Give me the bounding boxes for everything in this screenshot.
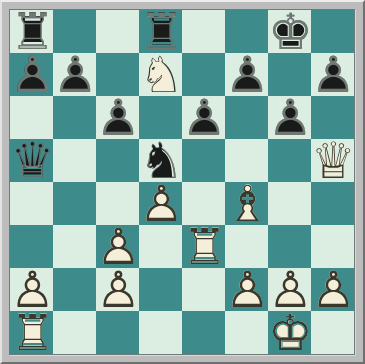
square-e5[interactable] bbox=[182, 139, 225, 182]
black-rook-icon: ♜ bbox=[139, 10, 182, 53]
square-b4[interactable] bbox=[53, 182, 96, 225]
white-king-icon: ♚ bbox=[268, 311, 311, 354]
square-d6[interactable] bbox=[139, 96, 182, 139]
square-h4[interactable] bbox=[311, 182, 354, 225]
square-c6[interactable]: ♟♙ bbox=[96, 96, 139, 139]
black-rook-icon: ♜ bbox=[10, 10, 53, 53]
square-f8[interactable] bbox=[225, 10, 268, 53]
square-d4[interactable]: ♟♙ bbox=[139, 182, 182, 225]
white-pawn-icon: ♟ bbox=[96, 225, 139, 268]
square-d5[interactable]: ♞♘ bbox=[139, 139, 182, 182]
black-pawn-icon: ♟ bbox=[10, 53, 53, 96]
black-pawn-a7[interactable]: ♟♙ bbox=[10, 53, 53, 96]
square-d8[interactable]: ♜♖ bbox=[139, 10, 182, 53]
board-frame: ♜♖♜♖♚♔♟♙♟♙♞♘♟♙♟♙♟♙♟♙♟♙♛♕♞♘♛♕♟♙♝♗♟♙♜♖♟♙♟♙… bbox=[0, 0, 365, 364]
white-pawn-g2[interactable]: ♟♙ bbox=[268, 268, 311, 311]
black-king-g8[interactable]: ♚♔ bbox=[268, 10, 311, 53]
white-pawn-outline-icon: ♙ bbox=[139, 182, 182, 225]
square-e3[interactable]: ♜♖ bbox=[182, 225, 225, 268]
black-pawn-outline-icon: ♙ bbox=[225, 53, 268, 96]
square-c4[interactable] bbox=[96, 182, 139, 225]
black-king-icon: ♚ bbox=[268, 10, 311, 53]
white-knight-icon: ♞ bbox=[139, 53, 182, 96]
white-queen-icon: ♛ bbox=[311, 139, 354, 182]
square-c7[interactable] bbox=[96, 53, 139, 96]
white-queen-outline-icon: ♕ bbox=[311, 139, 354, 182]
black-pawn-icon: ♟ bbox=[182, 96, 225, 139]
black-knight-d5[interactable]: ♞♘ bbox=[139, 139, 182, 182]
white-pawn-icon: ♟ bbox=[139, 182, 182, 225]
square-f2[interactable]: ♟♙ bbox=[225, 268, 268, 311]
black-pawn-icon: ♟ bbox=[53, 53, 96, 96]
white-bishop-icon: ♝ bbox=[225, 182, 268, 225]
black-pawn-outline-icon: ♙ bbox=[182, 96, 225, 139]
square-h8[interactable] bbox=[311, 10, 354, 53]
white-pawn-h2[interactable]: ♟♙ bbox=[311, 268, 354, 311]
black-queen-outline-icon: ♕ bbox=[10, 139, 53, 182]
white-pawn-icon: ♟ bbox=[10, 268, 53, 311]
black-pawn-c6[interactable]: ♟♙ bbox=[96, 96, 139, 139]
square-f3[interactable] bbox=[225, 225, 268, 268]
square-b1[interactable] bbox=[53, 311, 96, 354]
white-rook-e3[interactable]: ♜♖ bbox=[182, 225, 225, 268]
white-pawn-outline-icon: ♙ bbox=[96, 268, 139, 311]
square-e1[interactable] bbox=[182, 311, 225, 354]
white-knight-outline-icon: ♘ bbox=[139, 53, 182, 96]
square-h7[interactable]: ♟♙ bbox=[311, 53, 354, 96]
white-king-g1[interactable]: ♚♔ bbox=[268, 311, 311, 354]
white-rook-outline-icon: ♖ bbox=[182, 225, 225, 268]
square-f4[interactable]: ♝♗ bbox=[225, 182, 268, 225]
black-pawn-e6[interactable]: ♟♙ bbox=[182, 96, 225, 139]
square-a6[interactable] bbox=[10, 96, 53, 139]
black-pawn-icon: ♟ bbox=[96, 96, 139, 139]
black-rook-outline-icon: ♖ bbox=[139, 10, 182, 53]
square-b3[interactable] bbox=[53, 225, 96, 268]
square-c8[interactable] bbox=[96, 10, 139, 53]
white-pawn-a2[interactable]: ♟♙ bbox=[10, 268, 53, 311]
square-a8[interactable]: ♜♖ bbox=[10, 10, 53, 53]
square-b2[interactable] bbox=[53, 268, 96, 311]
black-pawn-f7[interactable]: ♟♙ bbox=[225, 53, 268, 96]
square-f1[interactable] bbox=[225, 311, 268, 354]
square-g8[interactable]: ♚♔ bbox=[268, 10, 311, 53]
white-pawn-icon: ♟ bbox=[268, 268, 311, 311]
black-pawn-outline-icon: ♙ bbox=[10, 53, 53, 96]
white-queen-h5[interactable]: ♛♕ bbox=[311, 139, 354, 182]
square-d7[interactable]: ♞♘ bbox=[139, 53, 182, 96]
white-pawn-outline-icon: ♙ bbox=[10, 268, 53, 311]
square-h6[interactable] bbox=[311, 96, 354, 139]
white-rook-icon: ♜ bbox=[10, 311, 53, 354]
square-f5[interactable] bbox=[225, 139, 268, 182]
square-h1[interactable] bbox=[311, 311, 354, 354]
square-b5[interactable] bbox=[53, 139, 96, 182]
white-pawn-outline-icon: ♙ bbox=[268, 268, 311, 311]
square-c1[interactable] bbox=[96, 311, 139, 354]
square-e4[interactable] bbox=[182, 182, 225, 225]
white-pawn-icon: ♟ bbox=[96, 268, 139, 311]
white-rook-icon: ♜ bbox=[182, 225, 225, 268]
square-a1[interactable]: ♜♖ bbox=[10, 311, 53, 354]
square-e2[interactable] bbox=[182, 268, 225, 311]
white-knight-d7[interactable]: ♞♘ bbox=[139, 53, 182, 96]
white-pawn-icon: ♟ bbox=[311, 268, 354, 311]
square-a3[interactable] bbox=[10, 225, 53, 268]
square-g4[interactable] bbox=[268, 182, 311, 225]
white-pawn-outline-icon: ♙ bbox=[311, 268, 354, 311]
black-pawn-g6[interactable]: ♟♙ bbox=[268, 96, 311, 139]
white-bishop-outline-icon: ♗ bbox=[225, 182, 268, 225]
square-g7[interactable] bbox=[268, 53, 311, 96]
square-h2[interactable]: ♟♙ bbox=[311, 268, 354, 311]
white-pawn-c3[interactable]: ♟♙ bbox=[96, 225, 139, 268]
black-rook-a8[interactable]: ♜♖ bbox=[10, 10, 53, 53]
chess-board: ♜♖♜♖♚♔♟♙♟♙♞♘♟♙♟♙♟♙♟♙♟♙♛♕♞♘♛♕♟♙♝♗♟♙♜♖♟♙♟♙… bbox=[9, 9, 355, 355]
square-c5[interactable] bbox=[96, 139, 139, 182]
black-pawn-b7[interactable]: ♟♙ bbox=[53, 53, 96, 96]
black-pawn-outline-icon: ♙ bbox=[53, 53, 96, 96]
square-g5[interactable] bbox=[268, 139, 311, 182]
square-c3[interactable]: ♟♙ bbox=[96, 225, 139, 268]
black-pawn-outline-icon: ♙ bbox=[268, 96, 311, 139]
black-pawn-outline-icon: ♙ bbox=[96, 96, 139, 139]
black-queen-a5[interactable]: ♛♕ bbox=[10, 139, 53, 182]
square-f6[interactable] bbox=[225, 96, 268, 139]
white-pawn-f2[interactable]: ♟♙ bbox=[225, 268, 268, 311]
black-king-outline-icon: ♔ bbox=[268, 10, 311, 53]
black-rook-d8[interactable]: ♜♖ bbox=[139, 10, 182, 53]
black-pawn-icon: ♟ bbox=[268, 96, 311, 139]
square-g2[interactable]: ♟♙ bbox=[268, 268, 311, 311]
black-rook-outline-icon: ♖ bbox=[10, 10, 53, 53]
square-b8[interactable] bbox=[53, 10, 96, 53]
white-pawn-d4[interactable]: ♟♙ bbox=[139, 182, 182, 225]
square-b6[interactable] bbox=[53, 96, 96, 139]
square-d3[interactable] bbox=[139, 225, 182, 268]
white-pawn-outline-icon: ♙ bbox=[225, 268, 268, 311]
black-knight-icon: ♞ bbox=[139, 139, 182, 182]
white-king-outline-icon: ♔ bbox=[268, 311, 311, 354]
square-d2[interactable] bbox=[139, 268, 182, 311]
white-bishop-f4[interactable]: ♝♗ bbox=[225, 182, 268, 225]
square-a5[interactable]: ♛♕ bbox=[10, 139, 53, 182]
white-rook-a1[interactable]: ♜♖ bbox=[10, 311, 53, 354]
black-pawn-icon: ♟ bbox=[225, 53, 268, 96]
black-pawn-outline-icon: ♙ bbox=[311, 53, 354, 96]
square-e7[interactable] bbox=[182, 53, 225, 96]
square-h3[interactable] bbox=[311, 225, 354, 268]
square-a4[interactable] bbox=[10, 182, 53, 225]
white-pawn-c2[interactable]: ♟♙ bbox=[96, 268, 139, 311]
square-c2[interactable]: ♟♙ bbox=[96, 268, 139, 311]
black-queen-icon: ♛ bbox=[10, 139, 53, 182]
black-pawn-h7[interactable]: ♟♙ bbox=[311, 53, 354, 96]
square-g1[interactable]: ♚♔ bbox=[268, 311, 311, 354]
black-knight-outline-icon: ♘ bbox=[139, 139, 182, 182]
square-a2[interactable]: ♟♙ bbox=[10, 268, 53, 311]
square-e8[interactable] bbox=[182, 10, 225, 53]
white-pawn-icon: ♟ bbox=[225, 268, 268, 311]
black-pawn-icon: ♟ bbox=[311, 53, 354, 96]
white-pawn-outline-icon: ♙ bbox=[96, 225, 139, 268]
square-e6[interactable]: ♟♙ bbox=[182, 96, 225, 139]
square-g6[interactable]: ♟♙ bbox=[268, 96, 311, 139]
square-b7[interactable]: ♟♙ bbox=[53, 53, 96, 96]
white-rook-outline-icon: ♖ bbox=[10, 311, 53, 354]
square-a7[interactable]: ♟♙ bbox=[10, 53, 53, 96]
square-h5[interactable]: ♛♕ bbox=[311, 139, 354, 182]
square-d1[interactable] bbox=[139, 311, 182, 354]
square-g3[interactable] bbox=[268, 225, 311, 268]
square-f7[interactable]: ♟♙ bbox=[225, 53, 268, 96]
